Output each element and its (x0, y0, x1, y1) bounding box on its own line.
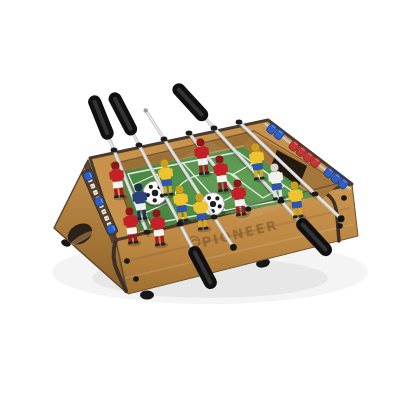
rod-bearing (245, 206, 252, 211)
rod-bearing (312, 191, 319, 196)
screw (133, 276, 139, 282)
screw (124, 258, 130, 264)
rod-bearing (211, 125, 218, 130)
rod-end-cap (338, 215, 345, 222)
rod-bearing (211, 214, 218, 219)
rod-bearing (136, 142, 143, 147)
rod-bearing (161, 136, 168, 141)
foosball-table: PIONEER (0, 0, 400, 400)
rod-bearing (236, 119, 243, 124)
rod-end-cap (230, 244, 237, 251)
product-photo: PIONEER (0, 0, 400, 400)
rod-bearing (186, 130, 193, 135)
screw (341, 195, 347, 201)
rod-bearing (144, 229, 151, 234)
foot (140, 291, 154, 300)
screw (337, 223, 343, 229)
rod-bearing (111, 147, 118, 152)
